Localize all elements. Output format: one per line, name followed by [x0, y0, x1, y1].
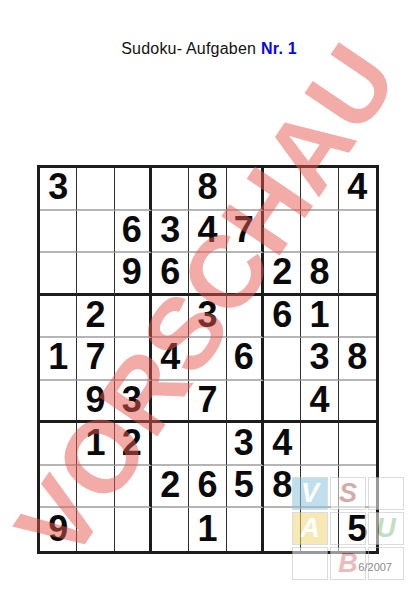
- sudoku-cell-r3c2: [77, 253, 114, 296]
- sudoku-cell-r1c5: 8: [189, 168, 226, 211]
- sudoku-cell-r5c2: 7: [77, 338, 114, 381]
- sudoku-cell-r8c4: 2: [152, 466, 189, 509]
- sudoku-cell-r3c9: [339, 253, 376, 296]
- sudoku-cell-r9c3: [115, 508, 152, 551]
- sudoku-cell-r3c1: [40, 253, 77, 296]
- sudoku-cell-r4c6: [227, 296, 264, 339]
- sudoku-cell-r6c8: 4: [301, 381, 338, 424]
- sudoku-cell-r2c5: 4: [189, 211, 226, 254]
- sudoku-cell-r6c4: [152, 381, 189, 424]
- sudoku-cell-r1c7: [264, 168, 301, 211]
- sudoku-cell-r6c5: 7: [189, 381, 226, 424]
- sudoku-cell-r4c2: 2: [77, 296, 114, 339]
- sudoku-cell-r1c1: 3: [40, 168, 77, 211]
- sudoku-cell-r5c3: [115, 338, 152, 381]
- sudoku-cell-r5c5: [189, 338, 226, 381]
- sudoku-cell-r9c7: [264, 508, 301, 551]
- sudoku-cell-r6c1: [40, 381, 77, 424]
- sudoku-cell-r5c9: 8: [339, 338, 376, 381]
- sudoku-cell-r7c2: 1: [77, 423, 114, 466]
- sudoku-cell-r1c8: [301, 168, 338, 211]
- sudoku-cell-r1c3: [115, 168, 152, 211]
- sudoku-cell-r7c4: [152, 423, 189, 466]
- sudoku-cell-r4c9: [339, 296, 376, 339]
- sudoku-cell-r6c9: [339, 381, 376, 424]
- sudoku-cell-r7c9: [339, 423, 376, 466]
- sudoku-cell-r2c2: [77, 211, 114, 254]
- sudoku-cell-r2c4: 3: [152, 211, 189, 254]
- sudoku-cell-r8c6: 5: [227, 466, 264, 509]
- sudoku-cell-r4c1: [40, 296, 77, 339]
- sudoku-cell-r9c9: 5: [339, 508, 376, 551]
- sudoku-cell-r8c3: [115, 466, 152, 509]
- sudoku-cell-r9c2: [77, 508, 114, 551]
- sudoku-cell-r7c6: 3: [227, 423, 264, 466]
- sudoku-cell-r5c6: 6: [227, 338, 264, 381]
- sudoku-cell-r4c3: [115, 296, 152, 339]
- sudoku-cell-r8c8: [301, 466, 338, 509]
- sudoku-cell-r8c9: [339, 466, 376, 509]
- sudoku-cell-r2c9: [339, 211, 376, 254]
- sudoku-cell-r6c7: [264, 381, 301, 424]
- sudoku-cell-r3c7: 2: [264, 253, 301, 296]
- sudoku-cell-r3c5: [189, 253, 226, 296]
- sudoku-cell-r1c6: [227, 168, 264, 211]
- sudoku-cell-r5c4: 4: [152, 338, 189, 381]
- sudoku-cell-r3c6: [227, 253, 264, 296]
- sudoku-cell-r2c1: [40, 211, 77, 254]
- sudoku-cell-r8c1: [40, 466, 77, 509]
- issue-label: 6/2007: [358, 561, 392, 573]
- sudoku-cell-r8c5: 6: [189, 466, 226, 509]
- sudoku-cell-r7c1: [40, 423, 77, 466]
- page-title-number: Nr. 1: [261, 40, 297, 57]
- sudoku-cell-r5c8: 3: [301, 338, 338, 381]
- page-title-text: Sudoku- Aufgaben: [121, 40, 256, 57]
- sudoku-board: 384634796282361174638937412342658915: [37, 165, 379, 554]
- sudoku-cell-r6c3: 3: [115, 381, 152, 424]
- sudoku-cell-r3c4: 6: [152, 253, 189, 296]
- sudoku-cell-r9c8: [301, 508, 338, 551]
- sudoku-cell-r1c4: [152, 168, 189, 211]
- sudoku-cell-r4c7: 6: [264, 296, 301, 339]
- sudoku-cell-r7c5: [189, 423, 226, 466]
- page-title: Sudoku- AufgabenNr. 1: [0, 40, 418, 58]
- sudoku-cell-r1c2: [77, 168, 114, 211]
- sudoku-cell-r3c8: 8: [301, 253, 338, 296]
- sudoku-cell-r9c4: [152, 508, 189, 551]
- sudoku-cell-r1c9: 4: [339, 168, 376, 211]
- sudoku-cell-r6c2: 9: [77, 381, 114, 424]
- sudoku-cell-r2c7: [264, 211, 301, 254]
- sudoku-cell-r7c3: 2: [115, 423, 152, 466]
- sudoku-cell-r9c6: [227, 508, 264, 551]
- sudoku-cell-r7c7: 4: [264, 423, 301, 466]
- sudoku-cell-r6c6: [227, 381, 264, 424]
- sudoku-cell-r2c8: [301, 211, 338, 254]
- sudoku-cell-r2c3: 6: [115, 211, 152, 254]
- sudoku-cell-r5c7: [264, 338, 301, 381]
- sudoku-cell-r8c2: [77, 466, 114, 509]
- sudoku-cell-r2c6: 7: [227, 211, 264, 254]
- sudoku-cell-r9c5: 1: [189, 508, 226, 551]
- sudoku-cell-r4c5: 3: [189, 296, 226, 339]
- sudoku-cell-r4c4: [152, 296, 189, 339]
- sudoku-cell-r4c8: 1: [301, 296, 338, 339]
- sudoku-cell-r8c7: 8: [264, 466, 301, 509]
- sudoku-cell-r7c8: [301, 423, 338, 466]
- worksheet-page: Sudoku- AufgabenNr. 1 384634796282361174…: [0, 0, 418, 600]
- sudoku-cell-r9c1: 9: [40, 508, 77, 551]
- sudoku-cell-r3c3: 9: [115, 253, 152, 296]
- sudoku-cell-r5c1: 1: [40, 338, 77, 381]
